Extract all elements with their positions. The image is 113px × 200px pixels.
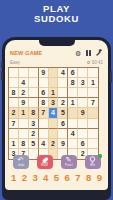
cell-r1c4[interactable] — [49, 78, 59, 88]
cell-r6c7[interactable] — [78, 129, 88, 139]
numpad-3[interactable]: 3 — [32, 172, 37, 184]
undo-button[interactable]: ↶ Undo — [13, 155, 29, 169]
cell-r3c4[interactable]: 3 — [49, 98, 59, 108]
cell-r4c5[interactable]: 5 — [58, 108, 68, 118]
status-row: Easy 00:41 — [10, 60, 103, 66]
cell-r3c6[interactable]: 1 — [68, 98, 78, 108]
cell-r7c5[interactable]: 9 — [58, 139, 68, 149]
erase-button[interactable]: Erase — [37, 155, 53, 169]
timer-value: 00:41 — [92, 60, 103, 65]
numpad-8[interactable]: 8 — [86, 172, 91, 184]
cell-r7c7[interactable]: 6 — [78, 139, 88, 149]
cell-r3c7[interactable] — [78, 98, 88, 108]
cell-r5c7[interactable] — [78, 119, 88, 129]
cell-r5c1[interactable] — [19, 119, 29, 129]
banner-line-sudoku: SUDOKU — [0, 14, 113, 24]
cell-r4c1[interactable]: 1 — [19, 108, 29, 118]
cell-r4c8[interactable] — [88, 108, 98, 118]
cell-r5c3[interactable] — [39, 119, 49, 129]
numpad-1[interactable]: 1 — [11, 172, 16, 184]
hint-label: Hint — [90, 163, 95, 166]
cell-r4c0[interactable]: 2 — [9, 108, 19, 118]
cell-r6c0[interactable] — [9, 129, 19, 139]
cell-r1c2[interactable] — [29, 78, 39, 88]
settings-gear-icon[interactable]: ⚙ — [75, 50, 81, 57]
cell-r2c5[interactable] — [58, 88, 68, 98]
cell-r5c0[interactable]: 7 — [9, 119, 19, 129]
cell-r7c2[interactable]: 5 — [29, 139, 39, 149]
cell-r2c2[interactable] — [29, 88, 39, 98]
cell-r0c1[interactable] — [19, 68, 29, 78]
cell-r0c3[interactable]: 9 — [39, 68, 49, 78]
pencil-label: Pencil — [65, 163, 72, 166]
cell-r5c5[interactable]: 6 — [58, 119, 68, 129]
difficulty-label: Easy — [10, 60, 20, 65]
cell-r3c0[interactable] — [9, 98, 19, 108]
hint-button[interactable]: Hint — [85, 155, 101, 169]
cell-r7c0[interactable]: 1 — [9, 139, 19, 149]
cell-r6c1[interactable] — [19, 129, 29, 139]
cell-r2c1[interactable]: 2 — [19, 88, 29, 98]
volume-button — [1, 71, 3, 80]
cell-r0c8[interactable] — [88, 68, 98, 78]
cell-r5c8[interactable] — [88, 119, 98, 129]
cell-r7c6[interactable] — [68, 139, 78, 149]
new-game-button[interactable]: NEW GAME — [10, 50, 42, 56]
cell-r7c3[interactable]: 4 — [39, 139, 49, 149]
cell-r7c8[interactable] — [88, 139, 98, 149]
header-icons: ⚙ — [75, 49, 103, 57]
numpad: 123456789 — [5, 172, 108, 184]
wrench-icon[interactable] — [96, 49, 103, 57]
phone-frame: NEW GAME ⚙ Easy 00:41 946483182619 — [2, 37, 111, 200]
cell-r1c5[interactable] — [58, 78, 68, 88]
cell-r5c2[interactable]: 3 — [29, 119, 39, 129]
cell-r3c5[interactable]: 2 — [58, 98, 68, 108]
cell-r6c3[interactable] — [39, 129, 49, 139]
power-button — [110, 71, 112, 83]
cell-r2c7[interactable] — [78, 88, 88, 98]
cell-r6c5[interactable] — [58, 129, 68, 139]
numpad-7[interactable]: 7 — [75, 172, 80, 184]
cell-r2c4[interactable]: 1 — [49, 88, 59, 98]
cell-r3c8[interactable]: 7 — [88, 98, 98, 108]
cell-r2c0[interactable]: 8 — [9, 88, 19, 98]
cell-r2c8[interactable] — [88, 88, 98, 98]
cell-r0c7[interactable] — [78, 68, 88, 78]
cell-r6c6[interactable]: 4 — [68, 129, 78, 139]
cell-r6c8[interactable] — [88, 129, 98, 139]
volume-button — [1, 62, 3, 68]
cell-r6c2[interactable]: 2 — [29, 129, 39, 139]
toolbar: ↶ Undo Erase ✎ Pencil — [5, 155, 108, 169]
cell-r4c3[interactable]: 7 — [39, 108, 49, 118]
cell-r5c6[interactable] — [68, 119, 78, 129]
cell-r1c0[interactable] — [9, 78, 19, 88]
app-screen: NEW GAME ⚙ Easy 00:41 946483182619 — [5, 40, 108, 190]
cell-r1c7[interactable]: 3 — [78, 78, 88, 88]
cell-r0c2[interactable] — [29, 68, 39, 78]
cell-r6c4[interactable] — [49, 129, 59, 139]
hint-count-badge — [98, 154, 103, 159]
cell-r2c6[interactable] — [68, 88, 78, 98]
numpad-9[interactable]: 9 — [97, 172, 102, 184]
sudoku-grid: 946483182619832172187459736241854296372 — [8, 67, 99, 160]
cell-r3c1[interactable]: 9 — [19, 98, 29, 108]
undo-label: Undo — [17, 163, 24, 166]
timer: 00:41 — [87, 60, 103, 65]
cell-r4c4[interactable]: 4 — [49, 108, 59, 118]
cell-r0c5[interactable]: 4 — [58, 68, 68, 78]
clock-icon — [87, 61, 91, 65]
numpad-2[interactable]: 2 — [22, 172, 27, 184]
promo-screenshot: PLAY SUDOKU NEW GAME ⚙ Easy — [0, 0, 113, 200]
cell-r7c1[interactable]: 8 — [19, 139, 29, 149]
cell-r0c6[interactable]: 6 — [68, 68, 78, 78]
cell-r3c3[interactable]: 8 — [39, 98, 49, 108]
cell-r4c6[interactable] — [68, 108, 78, 118]
numpad-6[interactable]: 6 — [65, 172, 70, 184]
cell-r4c7[interactable]: 9 — [78, 108, 88, 118]
cell-r1c3[interactable] — [39, 78, 49, 88]
numpad-5[interactable]: 5 — [54, 172, 59, 184]
cell-r0c0[interactable] — [9, 68, 19, 78]
cell-r2c3[interactable]: 6 — [39, 88, 49, 98]
cell-r1c1[interactable]: 4 — [19, 78, 29, 88]
cell-r4c2[interactable]: 8 — [29, 108, 39, 118]
cell-r5c4[interactable] — [49, 119, 59, 129]
pause-icon[interactable] — [86, 50, 91, 56]
phone-notch — [39, 40, 75, 46]
cell-r3c2[interactable] — [29, 98, 39, 108]
cell-r0c4[interactable] — [49, 68, 59, 78]
cell-r1c8[interactable]: 1 — [88, 78, 98, 88]
numpad-4[interactable]: 4 — [43, 172, 48, 184]
cell-r1c6[interactable]: 8 — [68, 78, 78, 88]
erase-label: Erase — [41, 163, 48, 166]
pencil-button[interactable]: ✎ Pencil — [61, 155, 77, 169]
cell-r7c4[interactable]: 2 — [49, 139, 59, 149]
